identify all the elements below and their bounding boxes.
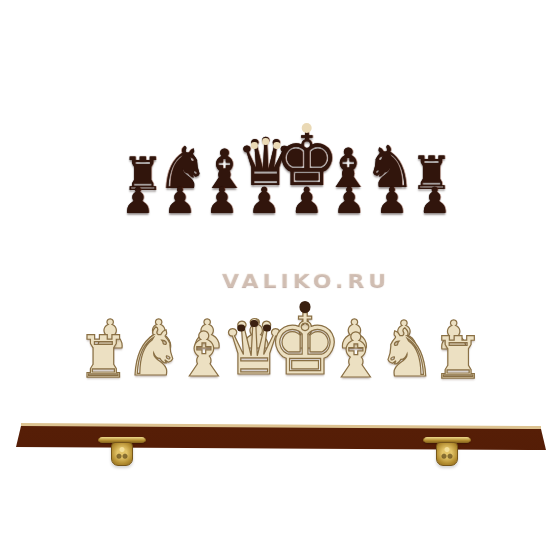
square-h6[interactable]	[414, 224, 459, 247]
file-label-bottom-e: E	[289, 400, 321, 419]
clasp-pendant-icon	[436, 442, 458, 466]
file-label-bottom-b: B	[133, 399, 167, 418]
brass-clasp-left	[99, 437, 145, 467]
square-h5[interactable]	[417, 248, 463, 273]
square-a6[interactable]	[112, 224, 157, 247]
crown-accent-icon	[299, 301, 311, 313]
rank-label-right-2: 2	[484, 337, 517, 354]
square-d6[interactable]	[242, 224, 284, 247]
board-border-bottom	[21, 392, 541, 427]
piece-black-pawn-b7[interactable]: ♟	[164, 183, 196, 219]
square-e6[interactable]	[285, 224, 327, 247]
piece-black-pawn-d7[interactable]: ♟	[248, 183, 280, 219]
square-a4[interactable]	[101, 274, 149, 300]
piece-black-pawn-e7[interactable]: ♟	[290, 183, 322, 219]
file-label-bottom-h: H	[444, 400, 479, 419]
piece-white-bishop-f1[interactable]: ♝	[328, 325, 384, 387]
rank-label-right-6: 6	[465, 228, 494, 241]
photo-canvas: AABBCCDDEEFFGGHH8877665544332211 VALIKO.…	[0, 0, 560, 560]
square-b6[interactable]	[155, 224, 199, 247]
piece-white-rook-h1[interactable]: ♜	[432, 329, 484, 387]
piece-black-pawn-c7[interactable]: ♟	[206, 183, 238, 219]
crown-accent-icon	[250, 320, 258, 328]
file-label-bottom-f: F	[341, 400, 373, 419]
square-f6[interactable]	[329, 224, 371, 247]
square-h4[interactable]	[420, 274, 468, 300]
square-b5[interactable]	[151, 248, 197, 272]
piece-white-knight-g1[interactable]: ♞	[377, 321, 436, 387]
piece-black-pawn-g7[interactable]: ♟	[376, 183, 408, 219]
rank-label-right-8: 8	[457, 183, 484, 195]
rank-label-right-5: 5	[469, 253, 499, 267]
brass-clasp-right	[424, 437, 470, 467]
rank-label-left-3: 3	[57, 307, 89, 322]
rank-label-right-1: 1	[489, 368, 523, 386]
rank-label-left-6: 6	[78, 229, 107, 242]
rank-label-right-4: 4	[474, 279, 505, 294]
rank-label-right-7: 7	[461, 205, 489, 218]
square-g5[interactable]	[373, 248, 418, 273]
file-label-bottom-c: C	[185, 399, 218, 418]
square-c6[interactable]	[199, 224, 242, 247]
square-b4[interactable]	[146, 274, 193, 300]
file-label-bottom-a: A	[81, 399, 116, 418]
file-label-bottom-g: G	[392, 400, 425, 419]
rank-label-left-1: 1	[40, 366, 74, 384]
rank-label-left-5: 5	[72, 254, 102, 268]
crown-accent-icon	[302, 123, 312, 133]
rank-label-left-4: 4	[65, 279, 96, 294]
crown-accent-icon	[262, 138, 269, 145]
piece-black-pawn-f7[interactable]: ♟	[333, 183, 365, 219]
rank-label-left-7: 7	[85, 206, 113, 218]
square-a5[interactable]	[107, 248, 154, 272]
rank-label-right-3: 3	[479, 307, 511, 323]
square-g6[interactable]	[371, 224, 414, 247]
piece-black-pawn-h7[interactable]: ♟	[419, 183, 451, 219]
rank-label-left-8: 8	[91, 184, 118, 196]
clasp-pendant-icon	[111, 442, 133, 466]
piece-black-pawn-a7[interactable]: ♟	[122, 183, 154, 219]
piece-white-knight-b1[interactable]: ♞	[124, 320, 183, 386]
piece-white-rook-a1[interactable]: ♜	[78, 328, 130, 386]
file-label-bottom-d: D	[237, 399, 269, 418]
watermark-text: VALIKO.RU	[222, 270, 390, 291]
